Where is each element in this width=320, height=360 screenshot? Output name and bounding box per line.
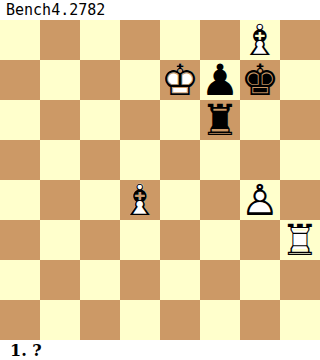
white-bishop-fill: ♝	[240, 20, 280, 60]
square-d6[interactable]	[120, 100, 160, 140]
square-g8[interactable]: ♝♗	[240, 20, 280, 60]
square-e1[interactable]	[160, 300, 200, 340]
white-rook-fill: ♜	[280, 220, 320, 260]
white-pawn: ♙	[240, 180, 280, 220]
square-b5[interactable]	[40, 140, 80, 180]
square-d7[interactable]	[120, 60, 160, 100]
white-bishop-fill: ♝	[120, 180, 160, 220]
square-d8[interactable]	[120, 20, 160, 60]
square-g3[interactable]	[240, 220, 280, 260]
square-c7[interactable]	[80, 60, 120, 100]
white-bishop: ♗	[240, 20, 280, 60]
square-a4[interactable]	[0, 180, 40, 220]
square-d4[interactable]: ♝♗	[120, 180, 160, 220]
square-h5[interactable]	[280, 140, 320, 180]
square-f8[interactable]	[200, 20, 240, 60]
title-bar: Bench4.2782	[0, 0, 320, 20]
square-h4[interactable]	[280, 180, 320, 220]
square-f6[interactable]: ♜	[200, 100, 240, 140]
square-c1[interactable]	[80, 300, 120, 340]
square-h1[interactable]	[280, 300, 320, 340]
square-a8[interactable]	[0, 20, 40, 60]
square-a7[interactable]	[0, 60, 40, 100]
square-g4[interactable]: ♟♙	[240, 180, 280, 220]
square-a5[interactable]	[0, 140, 40, 180]
white-rook: ♖	[280, 220, 320, 260]
black-pawn: ♟	[200, 60, 240, 100]
square-e6[interactable]	[160, 100, 200, 140]
square-b3[interactable]	[40, 220, 80, 260]
square-e8[interactable]	[160, 20, 200, 60]
chess-board: ♝♗♚♔♟♚♜♝♗♟♙♜♖	[0, 20, 320, 340]
square-f1[interactable]	[200, 300, 240, 340]
square-c6[interactable]	[80, 100, 120, 140]
square-c2[interactable]	[80, 260, 120, 300]
square-b1[interactable]	[40, 300, 80, 340]
square-f3[interactable]	[200, 220, 240, 260]
square-a2[interactable]	[0, 260, 40, 300]
square-b7[interactable]	[40, 60, 80, 100]
chess-diagram-app: Bench4.2782 ♝♗♚♔♟♚♜♝♗♟♙♜♖ 1. ?	[0, 0, 320, 360]
square-g6[interactable]	[240, 100, 280, 140]
square-e7[interactable]: ♚♔	[160, 60, 200, 100]
white-pawn-fill: ♟	[240, 180, 280, 220]
square-c8[interactable]	[80, 20, 120, 60]
square-b6[interactable]	[40, 100, 80, 140]
square-e3[interactable]	[160, 220, 200, 260]
square-c4[interactable]	[80, 180, 120, 220]
square-a3[interactable]	[0, 220, 40, 260]
square-c3[interactable]	[80, 220, 120, 260]
square-h2[interactable]	[280, 260, 320, 300]
white-bishop: ♗	[120, 180, 160, 220]
square-h6[interactable]	[280, 100, 320, 140]
move-prompt: 1. ?	[10, 341, 42, 360]
square-d2[interactable]	[120, 260, 160, 300]
square-c5[interactable]	[80, 140, 120, 180]
black-rook: ♜	[200, 100, 240, 140]
move-prompt-bar: 1. ?	[0, 340, 320, 360]
square-a6[interactable]	[0, 100, 40, 140]
white-king-fill: ♚	[160, 60, 200, 100]
square-b4[interactable]	[40, 180, 80, 220]
square-f4[interactable]	[200, 180, 240, 220]
square-g1[interactable]	[240, 300, 280, 340]
page-title: Bench4.2782	[6, 1, 105, 19]
square-h8[interactable]	[280, 20, 320, 60]
square-d1[interactable]	[120, 300, 160, 340]
square-f5[interactable]	[200, 140, 240, 180]
square-f2[interactable]	[200, 260, 240, 300]
square-e2[interactable]	[160, 260, 200, 300]
square-b2[interactable]	[40, 260, 80, 300]
square-f7[interactable]: ♟	[200, 60, 240, 100]
square-b8[interactable]	[40, 20, 80, 60]
square-a1[interactable]	[0, 300, 40, 340]
square-d3[interactable]	[120, 220, 160, 260]
square-g7[interactable]: ♚	[240, 60, 280, 100]
square-e5[interactable]	[160, 140, 200, 180]
square-h3[interactable]: ♜♖	[280, 220, 320, 260]
square-h7[interactable]	[280, 60, 320, 100]
white-king: ♔	[160, 60, 200, 100]
square-g2[interactable]	[240, 260, 280, 300]
square-g5[interactable]	[240, 140, 280, 180]
square-d5[interactable]	[120, 140, 160, 180]
black-king: ♚	[240, 60, 280, 100]
square-e4[interactable]	[160, 180, 200, 220]
